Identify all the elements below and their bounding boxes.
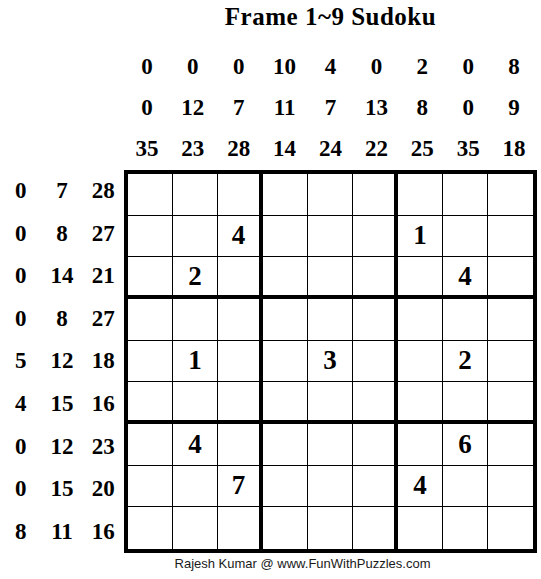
top-clue-r2c5: 7 [308,87,354,128]
cell-r4c2[interactable] [173,299,218,341]
cell-r9c2[interactable] [173,507,218,549]
cell-r2c6[interactable] [353,216,398,258]
left-clue-row-2: 0827 [0,213,124,256]
cell-r2c5[interactable] [308,216,353,258]
cell-r8c4[interactable] [263,466,308,508]
cell-r5c2[interactable]: 1 [173,341,218,383]
cell-r9c5[interactable] [308,507,353,549]
cell-r5c9[interactable] [488,341,533,383]
top-clue-r1c9: 8 [491,46,537,87]
top-clue-r1c5: 4 [308,46,354,87]
cell-r5c1[interactable] [128,341,173,383]
cell-r1c2[interactable] [173,174,218,216]
top-clue-r1c4: 10 [262,46,308,87]
left-clue-r7c1: 0 [0,425,41,468]
left-clue-r5c2: 12 [41,340,82,383]
cell-r4c5[interactable] [308,299,353,341]
cell-r8c5[interactable] [308,466,353,508]
cell-r4c6[interactable] [353,299,398,341]
cell-r3c1[interactable] [128,257,173,299]
cell-r6c8[interactable] [443,382,488,424]
top-clue-row-3: 352328142422253518 [124,129,537,170]
cell-r6c6[interactable] [353,382,398,424]
left-clue-r4c3: 27 [83,298,124,341]
cell-r7c9[interactable] [488,424,533,466]
left-clue-r6c3: 16 [83,383,124,426]
footer-credit: Rajesh Kumar @ www.FunWithPuzzles.com [0,556,541,571]
cell-r5c3[interactable] [218,341,263,383]
cell-r6c2[interactable] [173,382,218,424]
left-clue-r3c2: 14 [41,255,82,298]
cell-r3c4[interactable] [263,257,308,299]
left-clues: 0728082701421082751218415160122301520811… [0,170,124,553]
cell-r8c1[interactable] [128,466,173,508]
top-clue-r3c3: 28 [216,129,262,170]
left-clue-r9c2: 11 [41,510,82,553]
cell-r9c9[interactable] [488,507,533,549]
cell-r6c9[interactable] [488,382,533,424]
left-clue-r2c3: 27 [83,213,124,256]
top-clue-r2c3: 7 [216,87,262,128]
cell-r3c9[interactable] [488,257,533,299]
cell-r3c5[interactable] [308,257,353,299]
cell-r5c4[interactable] [263,341,308,383]
top-clue-r1c3: 0 [216,46,262,87]
cell-r1c6[interactable] [353,174,398,216]
top-clue-r3c1: 35 [124,129,170,170]
left-clue-r2c1: 0 [0,213,41,256]
cell-r8c7[interactable]: 4 [398,466,443,508]
cell-r7c7[interactable] [398,424,443,466]
cell-r7c6[interactable] [353,424,398,466]
top-clue-r2c8: 0 [445,87,491,128]
left-clue-r7c3: 23 [83,425,124,468]
cell-r3c7[interactable] [398,257,443,299]
cell-r8c9[interactable] [488,466,533,508]
top-clue-r3c2: 23 [170,129,216,170]
cell-r1c3[interactable] [218,174,263,216]
left-clue-r3c3: 21 [83,255,124,298]
left-clue-r5c3: 18 [83,340,124,383]
cell-r7c8[interactable]: 6 [443,424,488,466]
cell-r4c1[interactable] [128,299,173,341]
left-clue-r9c1: 8 [0,510,41,553]
left-clue-r2c2: 8 [41,213,82,256]
cell-r3c6[interactable] [353,257,398,299]
cell-r9c3[interactable] [218,507,263,549]
cell-r4c9[interactable] [488,299,533,341]
cell-r6c7[interactable] [398,382,443,424]
cell-r7c2[interactable]: 4 [173,424,218,466]
cell-r5c7[interactable] [398,341,443,383]
cell-r2c9[interactable] [488,216,533,258]
cell-r4c7[interactable] [398,299,443,341]
cell-r5c5[interactable]: 3 [308,341,353,383]
left-clue-row-8: 01520 [0,468,124,511]
top-clue-row-1: 0001040208 [124,46,537,87]
cell-r5c6[interactable] [353,341,398,383]
top-clue-r1c8: 0 [445,46,491,87]
cell-r7c4[interactable] [263,424,308,466]
cell-r8c3[interactable]: 7 [218,466,263,508]
left-clue-row-9: 81116 [0,510,124,553]
cell-r1c7[interactable] [398,174,443,216]
left-clue-row-4: 0827 [0,298,124,341]
left-clue-row-6: 41516 [0,383,124,426]
top-clue-r2c1: 0 [124,87,170,128]
top-clue-r3c6: 22 [353,129,399,170]
sudoku-board: 41241324674 [124,170,537,553]
left-clue-r8c1: 0 [0,468,41,511]
left-clue-r1c2: 7 [41,170,82,213]
cell-r8c8[interactable] [443,466,488,508]
cell-r6c1[interactable] [128,382,173,424]
top-clue-row-2: 012711713809 [124,87,537,128]
left-clue-r3c1: 0 [0,255,41,298]
left-clue-r1c1: 0 [0,170,41,213]
left-clue-r8c2: 15 [41,468,82,511]
cell-r6c3[interactable] [218,382,263,424]
top-clues: 0001040208012711713809352328142422253518 [124,46,537,170]
cell-r9c1[interactable] [128,507,173,549]
top-clue-r3c5: 24 [308,129,354,170]
cell-r2c3[interactable]: 4 [218,216,263,258]
cell-r3c8[interactable]: 4 [443,257,488,299]
left-clue-r5c1: 5 [0,340,41,383]
left-clue-row-3: 01421 [0,255,124,298]
top-clue-r3c7: 25 [399,129,445,170]
cell-r5c8[interactable]: 2 [443,341,488,383]
cell-r8c2[interactable] [173,466,218,508]
top-clue-r1c2: 0 [170,46,216,87]
cell-r4c8[interactable] [443,299,488,341]
top-clue-r2c9: 9 [491,87,537,128]
cell-r2c7[interactable]: 1 [398,216,443,258]
top-clue-r1c7: 2 [399,46,445,87]
left-clue-r7c2: 12 [41,425,82,468]
cell-r9c6[interactable] [353,507,398,549]
left-clue-r4c2: 8 [41,298,82,341]
top-clue-r3c9: 18 [491,129,537,170]
left-clue-r8c3: 20 [83,468,124,511]
cell-r2c4[interactable] [263,216,308,258]
cell-r1c4[interactable] [263,174,308,216]
left-clue-row-1: 0728 [0,170,124,213]
cell-r3c3[interactable] [218,257,263,299]
left-clue-r6c1: 4 [0,383,41,426]
cell-r2c1[interactable] [128,216,173,258]
cell-r9c8[interactable] [443,507,488,549]
top-clue-r3c8: 35 [445,129,491,170]
cell-r7c5[interactable] [308,424,353,466]
top-clue-r2c2: 12 [170,87,216,128]
top-clue-r1c1: 0 [124,46,170,87]
cell-r7c3[interactable] [218,424,263,466]
top-clue-r1c6: 0 [353,46,399,87]
cell-r1c8[interactable] [443,174,488,216]
cell-r1c5[interactable] [308,174,353,216]
top-clue-r2c4: 11 [262,87,308,128]
left-clue-row-5: 51218 [0,340,124,383]
cell-r4c3[interactable] [218,299,263,341]
cell-r6c5[interactable] [308,382,353,424]
top-clue-r2c7: 8 [399,87,445,128]
top-clue-r3c4: 14 [262,129,308,170]
cell-r1c1[interactable] [128,174,173,216]
cell-r6c4[interactable] [263,382,308,424]
cell-r4c4[interactable] [263,299,308,341]
left-clue-r1c3: 28 [83,170,124,213]
cell-r3c2[interactable]: 2 [173,257,218,299]
cell-r1c9[interactable] [488,174,533,216]
puzzle-title: Frame 1~9 Sudoku [124,3,537,31]
cell-r9c7[interactable] [398,507,443,549]
cell-r2c8[interactable] [443,216,488,258]
top-clue-r2c6: 13 [353,87,399,128]
left-clue-r6c2: 15 [41,383,82,426]
left-clue-row-7: 01223 [0,425,124,468]
left-clue-r4c1: 0 [0,298,41,341]
cell-r9c4[interactable] [263,507,308,549]
left-clue-r9c3: 16 [83,510,124,553]
cell-r8c6[interactable] [353,466,398,508]
cell-r7c1[interactable] [128,424,173,466]
cell-r2c2[interactable] [173,216,218,258]
